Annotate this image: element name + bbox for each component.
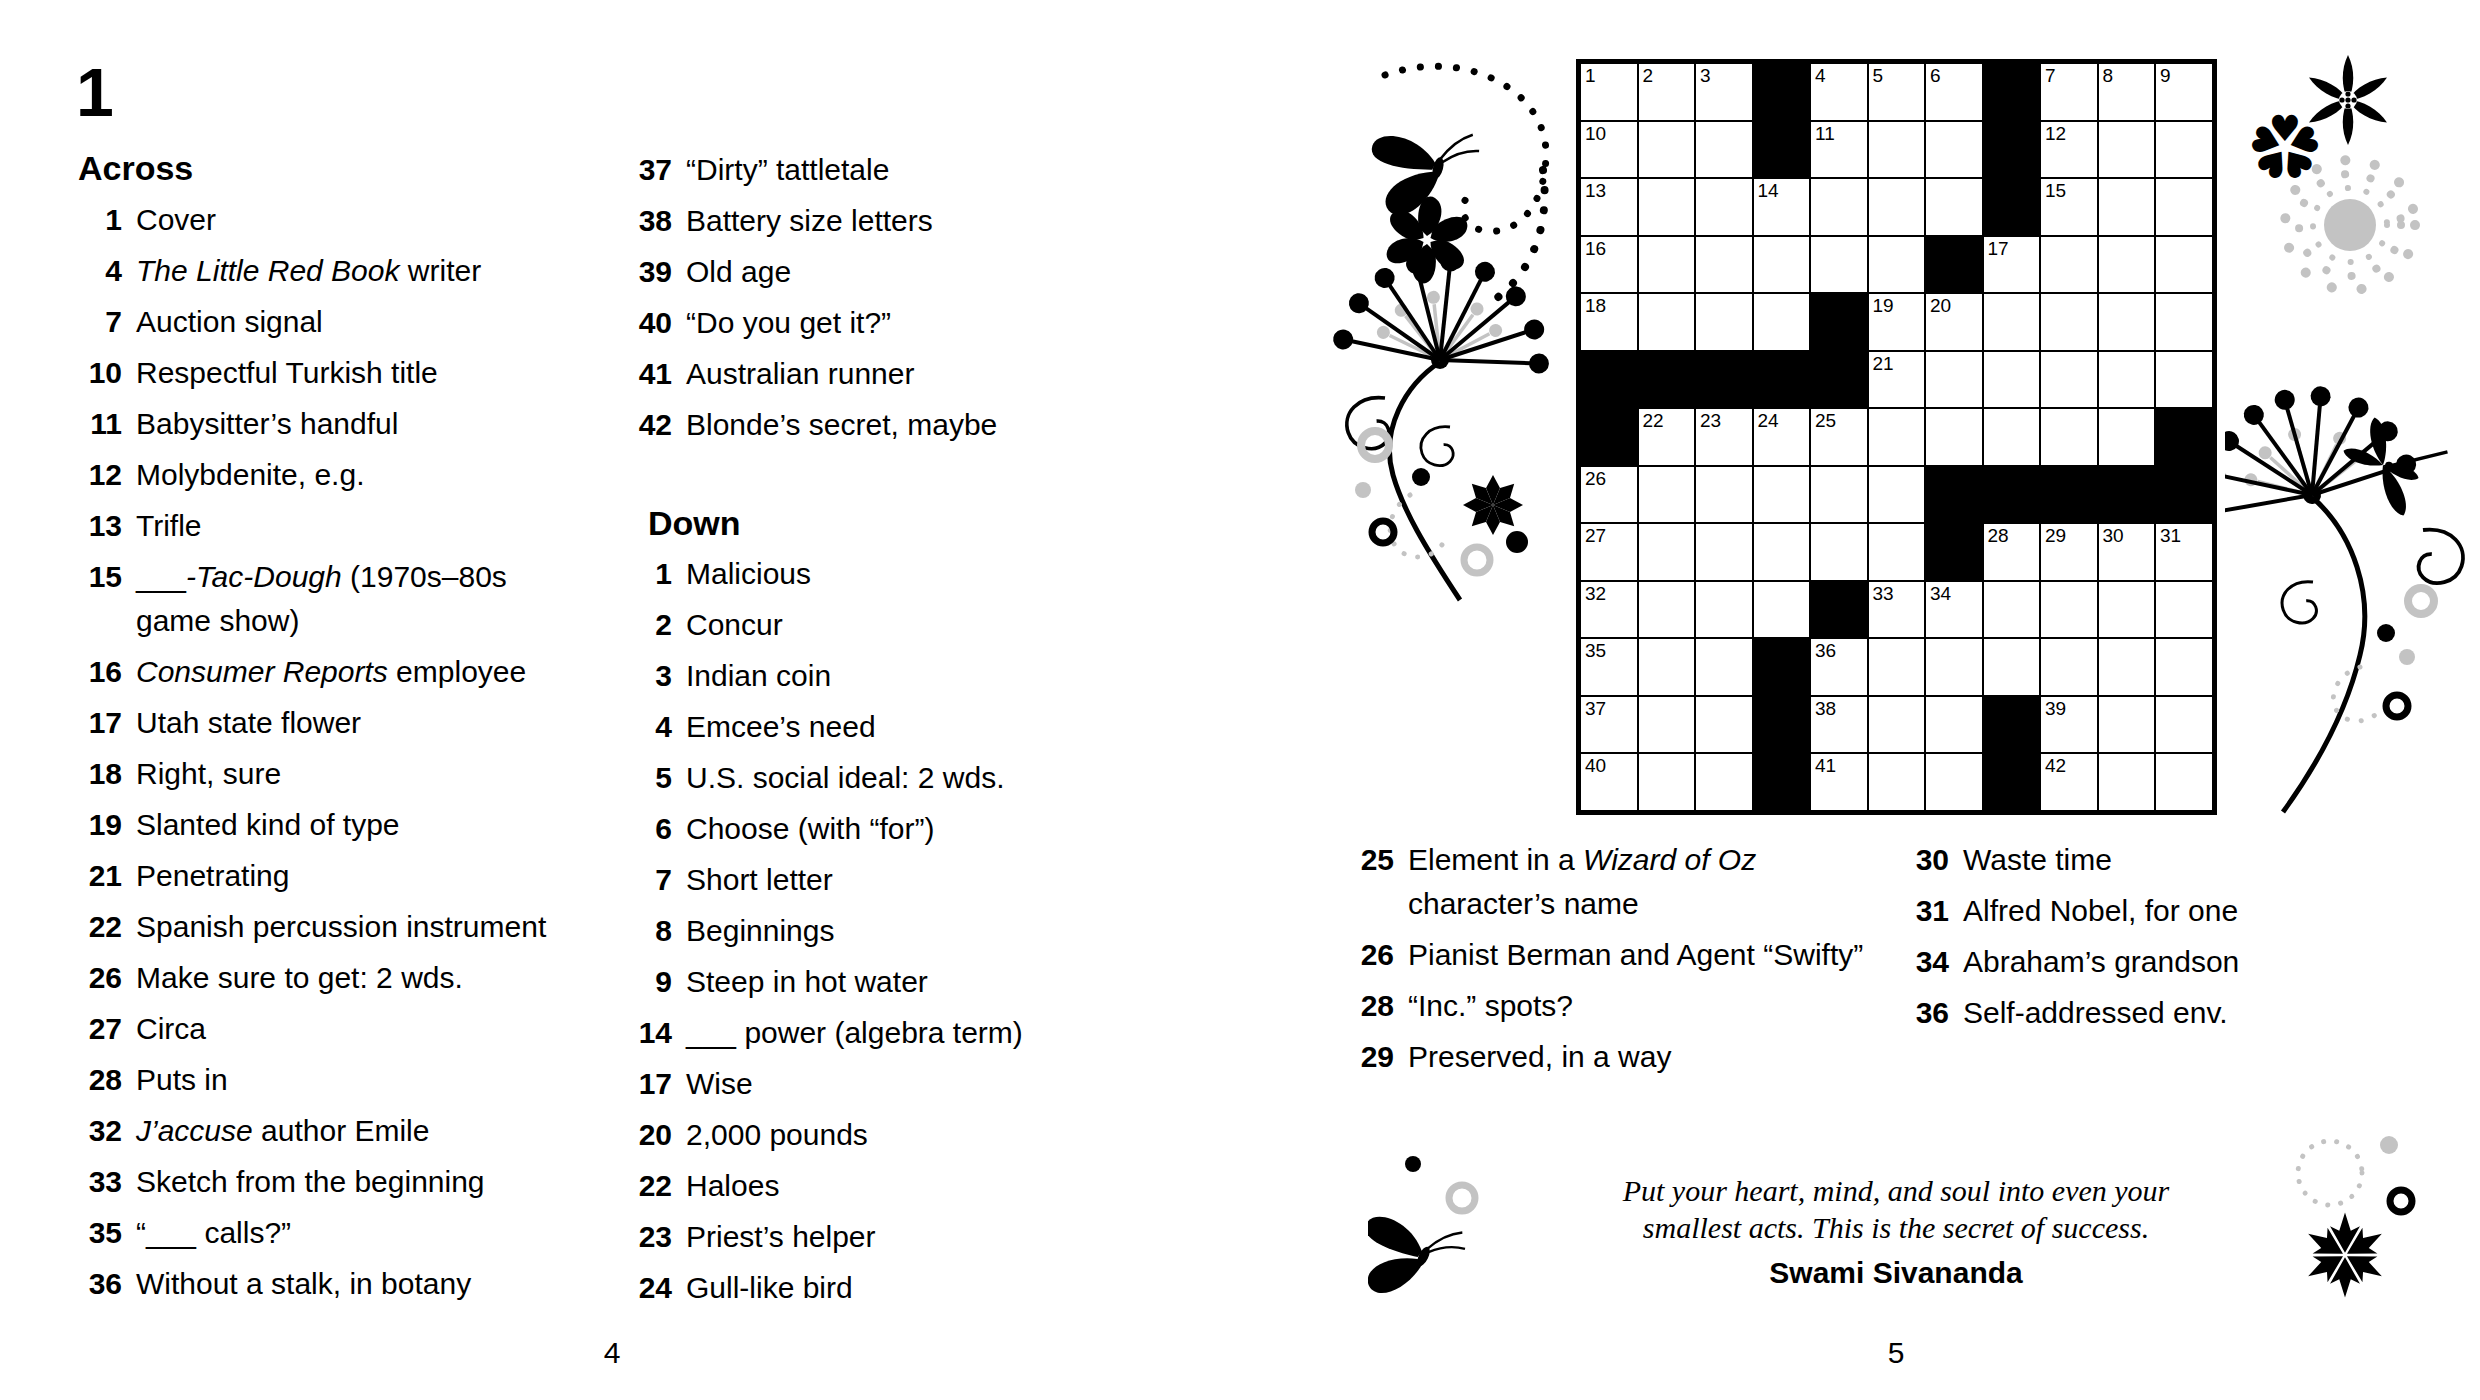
clue-text: Element in a Wizard of Oz character’s na… <box>1408 838 1902 926</box>
clue-item: 32J’accuse author Emile <box>78 1109 573 1153</box>
grid-cell[interactable] <box>1868 178 1926 236</box>
clue-text: Priest’s helper <box>686 1215 1090 1259</box>
clue-number: 38 <box>628 199 672 243</box>
grid-cell[interactable]: 5 <box>1868 63 1926 121</box>
grid-cell[interactable] <box>1868 523 1926 581</box>
cell-number: 27 <box>1585 525 1606 547</box>
clue-number: 32 <box>78 1109 122 1153</box>
clue-item: 28Puts in <box>78 1058 573 1102</box>
clue-number: 19 <box>78 803 122 847</box>
across-heading: Across <box>78 146 193 190</box>
clue-item: 26Pianist Berman and Agent “Swifty” <box>1350 933 1902 977</box>
clue-number: 28 <box>78 1058 122 1102</box>
black-ring-icon <box>2390 1190 2412 1212</box>
block-cell <box>1983 753 2041 811</box>
black-dot-icon <box>1412 468 1430 486</box>
grid-cell[interactable]: 40 <box>1580 753 1638 811</box>
clue-number: 4 <box>78 249 122 293</box>
cell-number: 10 <box>1585 123 1606 145</box>
block-cell <box>1753 351 1811 409</box>
clue-number: 11 <box>78 402 122 446</box>
clue-text: Trifle <box>136 504 573 548</box>
flower-decoration-bottom-right <box>2285 1125 2450 1305</box>
block-cell <box>1580 351 1638 409</box>
grid-cell[interactable]: 41 <box>1810 753 1868 811</box>
clue-number: 5 <box>628 756 672 800</box>
clue-text: 2,000 pounds <box>686 1113 1090 1157</box>
clover-flower-icon: ♥ ♥ ♥ ♥ ♥ <box>2243 108 2327 188</box>
grid-cell[interactable] <box>1868 121 1926 179</box>
grid-cell[interactable] <box>1695 753 1753 811</box>
grid-cell[interactable] <box>1695 581 1753 639</box>
clue-text: Emcee’s need <box>686 705 1090 749</box>
clue-number: 41 <box>628 352 672 396</box>
grid-cell[interactable] <box>2098 121 2156 179</box>
grid-cell[interactable]: 21 <box>1868 351 1926 409</box>
grid-cell[interactable] <box>1868 753 1926 811</box>
cell-number: 15 <box>2045 180 2066 202</box>
grid-cell[interactable] <box>1695 178 1753 236</box>
grid-cell[interactable] <box>1925 121 1983 179</box>
clue-text: Puts in <box>136 1058 573 1102</box>
grid-cell[interactable] <box>2155 581 2213 639</box>
grid-cell[interactable] <box>1638 638 1696 696</box>
grid-cell[interactable] <box>1638 523 1696 581</box>
clue-text: Concur <box>686 603 1090 647</box>
cell-number: 9 <box>2160 65 2171 87</box>
clue-number: 15 <box>78 555 122 643</box>
clue-text: Consumer Reports employee <box>136 650 573 694</box>
block-cell <box>1925 236 1983 294</box>
grid-cell[interactable] <box>2098 581 2156 639</box>
clue-item: 40“Do you get it?” <box>628 301 1090 345</box>
grid-cell[interactable] <box>1753 581 1811 639</box>
grid-cell[interactable] <box>1868 236 1926 294</box>
grid-cell[interactable]: 1 <box>1580 63 1638 121</box>
clue-item: 35“___ calls?” <box>78 1211 573 1255</box>
grid-cell[interactable]: 20 <box>1925 293 1983 351</box>
clue-text: “___ calls?” <box>136 1211 573 1255</box>
grid-cell[interactable]: 7 <box>2040 63 2098 121</box>
black-ring-icon <box>2386 695 2408 717</box>
grid-cell[interactable] <box>1638 293 1696 351</box>
grid-cell[interactable]: 9 <box>2155 63 2213 121</box>
across-clues-column-1: 1Cover4The Little Red Book writer7Auctio… <box>78 198 573 1313</box>
grid-cell[interactable] <box>2098 638 2156 696</box>
grid-cell[interactable] <box>1983 581 2041 639</box>
clue-text: Penetrating <box>136 854 573 898</box>
grid-cell[interactable] <box>1753 293 1811 351</box>
block-cell <box>1695 351 1753 409</box>
clue-item: 37“Dirty” tattletale <box>628 148 1090 192</box>
grid-cell[interactable]: 36 <box>1810 638 1868 696</box>
grid-cell[interactable] <box>1695 466 1753 524</box>
grid-cell[interactable] <box>2155 293 2213 351</box>
clue-text: Old age <box>686 250 1090 294</box>
grid-cell[interactable] <box>1925 351 1983 409</box>
grid-cell[interactable] <box>1638 581 1696 639</box>
clue-number: 17 <box>628 1062 672 1106</box>
clue-text: Indian coin <box>686 654 1090 698</box>
grid-cell[interactable]: 22 <box>1638 408 1696 466</box>
clue-number: 22 <box>628 1164 672 1208</box>
grid-cell[interactable] <box>2098 293 2156 351</box>
grid-cell[interactable] <box>1868 466 1926 524</box>
gray-ring-icon <box>1464 547 1490 573</box>
cell-number: 39 <box>2045 698 2066 720</box>
clue-number: 13 <box>78 504 122 548</box>
cell-number: 23 <box>1700 410 1721 432</box>
grid-cell[interactable] <box>1925 178 1983 236</box>
clue-text: ___-Tac-Dough (1970s–80s game show) <box>136 555 573 643</box>
clue-text: Sketch from the beginning <box>136 1160 573 1204</box>
clue-item: 4Emcee’s need <box>628 705 1090 749</box>
clue-item: 13Trifle <box>78 504 573 548</box>
clue-text: Make sure to get: 2 wds. <box>136 956 573 1000</box>
block-cell <box>1580 408 1638 466</box>
grid-cell[interactable]: 10 <box>1580 121 1638 179</box>
clue-text: The Little Red Book writer <box>136 249 573 293</box>
grid-cell[interactable]: 19 <box>1868 293 1926 351</box>
grid-cell[interactable] <box>1695 638 1753 696</box>
clue-text: J’accuse author Emile <box>136 1109 573 1153</box>
grid-cell[interactable]: 34 <box>1925 581 1983 639</box>
page-number-right: 5 <box>1806 1336 1986 1370</box>
clue-item: 42Blonde’s secret, maybe <box>628 403 1090 447</box>
grid-cell[interactable]: 38 <box>1810 696 1868 754</box>
block-cell <box>2040 466 2098 524</box>
grid-cell[interactable] <box>1810 523 1868 581</box>
clue-number: 33 <box>78 1160 122 1204</box>
quote-line-2: smallest acts. This is the secret of suc… <box>1452 1209 2340 1246</box>
clue-number: 23 <box>628 1215 672 1259</box>
grid-cell[interactable] <box>1638 696 1696 754</box>
down-clues-column: 1Malicious2Concur3Indian coin4Emcee’s ne… <box>628 552 1090 1310</box>
cell-number: 2 <box>1643 65 1654 87</box>
grid-cell[interactable] <box>2040 638 2098 696</box>
clue-item: 11Babysitter’s handful <box>78 402 573 446</box>
clue-text: Malicious <box>686 552 1090 596</box>
grid-cell[interactable] <box>2098 236 2156 294</box>
grid-cell[interactable]: 31 <box>2155 523 2213 581</box>
grid-cell[interactable]: 32 <box>1580 581 1638 639</box>
clue-item: 30Waste time <box>1905 838 2345 882</box>
grid-cell[interactable] <box>1695 523 1753 581</box>
across-clues-column-2: 37“Dirty” tattletale38Battery size lette… <box>628 148 1090 447</box>
grid-cell[interactable] <box>1983 351 2041 409</box>
grid-cell[interactable] <box>2155 121 2213 179</box>
clue-item: 22Spanish percussion instrument <box>78 905 573 949</box>
clue-number: 24 <box>628 1266 672 1310</box>
grid-cell[interactable]: 28 <box>1983 523 2041 581</box>
block-cell <box>1753 121 1811 179</box>
clue-text: Cover <box>136 198 573 242</box>
grid-cell[interactable] <box>1983 638 2041 696</box>
clue-text: “Dirty” tattletale <box>686 148 1090 192</box>
grid-cell[interactable] <box>2098 753 2156 811</box>
grid-cell[interactable]: 14 <box>1753 178 1811 236</box>
clue-number: 36 <box>78 1262 122 1306</box>
clue-text: Circa <box>136 1007 573 1051</box>
grid-cell[interactable] <box>1868 408 1926 466</box>
grid-cell[interactable]: 37 <box>1580 696 1638 754</box>
block-cell <box>1810 293 1868 351</box>
cell-number: 41 <box>1815 755 1836 777</box>
grid-cell[interactable] <box>2040 351 2098 409</box>
grid-cell[interactable] <box>1925 753 1983 811</box>
clue-number: 6 <box>628 807 672 851</box>
grid-cell[interactable] <box>2040 581 2098 639</box>
clue-item: 5U.S. social ideal: 2 wds. <box>628 756 1090 800</box>
clue-text: U.S. social ideal: 2 wds. <box>686 756 1090 800</box>
clue-number: 25 <box>1350 838 1394 926</box>
block-cell <box>1753 753 1811 811</box>
cell-number: 20 <box>1930 295 1951 317</box>
grid-cell[interactable] <box>2040 236 2098 294</box>
black-dot-icon <box>2377 624 2395 642</box>
clue-number: 18 <box>78 752 122 796</box>
clue-item: 28“Inc.” spots? <box>1350 984 1902 1028</box>
clue-text: Preserved, in a way <box>1408 1035 1902 1079</box>
clue-number: 9 <box>628 960 672 1004</box>
grid-cell[interactable]: 4 <box>1810 63 1868 121</box>
grid-cell[interactable]: 6 <box>1925 63 1983 121</box>
cell-number: 30 <box>2103 525 2124 547</box>
clue-item: 9Steep in hot water <box>628 960 1090 1004</box>
clue-text: Alfred Nobel, for one <box>1963 889 2345 933</box>
grid-cell[interactable] <box>1753 236 1811 294</box>
clue-text: Slanted kind of type <box>136 803 573 847</box>
cell-number: 24 <box>1758 410 1779 432</box>
clue-item: 1Cover <box>78 198 573 242</box>
grid-cell[interactable] <box>1925 638 1983 696</box>
quote-line-1: Put your heart, mind, and soul into even… <box>1452 1172 2340 1209</box>
clue-item: 12Molybdenite, e.g. <box>78 453 573 497</box>
grid-cell[interactable] <box>1753 523 1811 581</box>
block-cell <box>1810 351 1868 409</box>
grid-cell[interactable] <box>1695 293 1753 351</box>
cell-number: 29 <box>2045 525 2066 547</box>
grid-cell[interactable] <box>1925 696 1983 754</box>
clue-text: Self-addressed env. <box>1963 991 2345 1035</box>
grid-cell[interactable] <box>2155 638 2213 696</box>
grid-cell[interactable] <box>1983 408 2041 466</box>
clue-item: 14___ power (algebra term) <box>628 1011 1090 1055</box>
grid-cell[interactable]: 16 <box>1580 236 1638 294</box>
grid-cell[interactable]: 11 <box>1810 121 1868 179</box>
grid-cell[interactable]: 8 <box>2098 63 2156 121</box>
clue-number: 21 <box>78 854 122 898</box>
cell-number: 12 <box>2045 123 2066 145</box>
clue-text: Gull-like bird <box>686 1266 1090 1310</box>
grid-cell[interactable]: 30 <box>2098 523 2156 581</box>
grid-cell[interactable] <box>1638 753 1696 811</box>
clue-text: Short letter <box>686 858 1090 902</box>
grid-cell[interactable] <box>1695 121 1753 179</box>
clue-item: 21Penetrating <box>78 854 573 898</box>
grid-cell[interactable] <box>1810 466 1868 524</box>
grid-cell[interactable]: 29 <box>2040 523 2098 581</box>
clue-text: Choose (with “for”) <box>686 807 1090 851</box>
clue-text: “Inc.” spots? <box>1408 984 1902 1028</box>
grid-cell[interactable] <box>1638 236 1696 294</box>
clue-item: 34Abraham’s grandson <box>1905 940 2345 984</box>
gray-dot-icon <box>1355 482 1371 498</box>
grid-cell[interactable] <box>1695 696 1753 754</box>
grid-cell[interactable]: 13 <box>1580 178 1638 236</box>
clue-item: 23Priest’s helper <box>628 1215 1090 1259</box>
cell-number: 42 <box>2045 755 2066 777</box>
grid-cell[interactable] <box>1638 121 1696 179</box>
cell-number: 5 <box>1873 65 1884 87</box>
block-cell <box>1983 121 2041 179</box>
grid-cell[interactable]: 17 <box>1983 236 2041 294</box>
butterfly-icon <box>1368 1216 1467 1299</box>
clue-number: 26 <box>78 956 122 1000</box>
clue-text: Molybdenite, e.g. <box>136 453 573 497</box>
clue-item: 18Right, sure <box>78 752 573 796</box>
grid-cell[interactable] <box>1868 638 1926 696</box>
block-cell <box>1753 63 1811 121</box>
block-cell <box>1753 696 1811 754</box>
grid-cell[interactable] <box>2098 408 2156 466</box>
cell-number: 25 <box>1815 410 1836 432</box>
clue-number: 2 <box>628 603 672 647</box>
grid-cell[interactable]: 15 <box>2040 178 2098 236</box>
black-dot-icon <box>1506 531 1528 553</box>
grid-cell[interactable]: 12 <box>2040 121 2098 179</box>
grid-cell[interactable]: 39 <box>2040 696 2098 754</box>
grid-cell[interactable]: 27 <box>1580 523 1638 581</box>
grid-cell[interactable] <box>2098 351 2156 409</box>
down-clues-continued-column-2: 30Waste time31Alfred Nobel, for one34Abr… <box>1905 838 2345 1042</box>
block-cell <box>1925 466 1983 524</box>
grid-cell[interactable] <box>1868 696 1926 754</box>
black-dot-icon <box>1405 1156 1421 1172</box>
clue-text: Wise <box>686 1062 1090 1106</box>
clue-item: 36Self-addressed env. <box>1905 991 2345 1035</box>
grid-cell[interactable]: 24 <box>1753 408 1811 466</box>
floral-decoration-left <box>1325 55 1575 615</box>
gray-dot-icon <box>2399 649 2415 665</box>
grid-cell[interactable] <box>2155 178 2213 236</box>
clue-item: 7Auction signal <box>78 300 573 344</box>
grid-cell[interactable]: 3 <box>1695 63 1753 121</box>
clue-item: 7Short letter <box>628 858 1090 902</box>
clue-text: ___ power (algebra term) <box>686 1011 1090 1055</box>
grid-cell[interactable] <box>2098 178 2156 236</box>
cell-number: 11 <box>1815 123 1835 145</box>
block-cell <box>1925 523 1983 581</box>
cell-number: 8 <box>2103 65 2114 87</box>
grid-cell[interactable] <box>2155 696 2213 754</box>
grid-cell[interactable] <box>2040 293 2098 351</box>
clue-item: 24Gull-like bird <box>628 1266 1090 1310</box>
cell-number: 6 <box>1930 65 1941 87</box>
grid-cell[interactable] <box>1638 178 1696 236</box>
grid-cell[interactable]: 42 <box>2040 753 2098 811</box>
star-flower-icon <box>1463 475 1523 535</box>
dotted-circle-icon <box>2298 1141 2362 1205</box>
clue-number: 4 <box>628 705 672 749</box>
grid-cell[interactable] <box>1983 293 2041 351</box>
cell-number: 18 <box>1585 295 1606 317</box>
clue-item: 6Choose (with “for”) <box>628 807 1090 851</box>
grid-cell[interactable]: 25 <box>1810 408 1868 466</box>
grid-cell[interactable] <box>2155 753 2213 811</box>
clue-number: 35 <box>78 1211 122 1255</box>
clue-item: 16Consumer Reports employee <box>78 650 573 694</box>
grid-cell[interactable] <box>1753 466 1811 524</box>
clue-number: 27 <box>78 1007 122 1051</box>
grid-cell[interactable] <box>2040 408 2098 466</box>
cell-number: 35 <box>1585 640 1606 662</box>
clue-item: 25Element in a Wizard of Oz character’s … <box>1350 838 1902 926</box>
grid-cell[interactable]: 2 <box>1638 63 1696 121</box>
clue-number: 14 <box>628 1011 672 1055</box>
grid-cell[interactable] <box>2155 236 2213 294</box>
grid-cell[interactable] <box>1810 178 1868 236</box>
clue-item: 17Utah state flower <box>78 701 573 745</box>
cell-number: 31 <box>2160 525 2181 547</box>
block-cell <box>1638 351 1696 409</box>
clue-item: 29Preserved, in a way <box>1350 1035 1902 1079</box>
quote-text: Put your heart, mind, and soul into even… <box>1452 1172 2340 1246</box>
chapter-number: 1 <box>76 58 114 126</box>
clue-item: 36Without a stalk, in botany <box>78 1262 573 1306</box>
clue-item: 38Battery size letters <box>628 199 1090 243</box>
cell-number: 34 <box>1930 583 1951 605</box>
block-cell <box>1983 466 2041 524</box>
floral-decoration-right: ♥ ♥ ♥ ♥ ♥ <box>2225 55 2480 825</box>
cell-number: 1 <box>1585 65 1596 87</box>
block-cell <box>1810 581 1868 639</box>
grid-cell[interactable] <box>2098 696 2156 754</box>
cell-number: 36 <box>1815 640 1836 662</box>
clue-text: Auction signal <box>136 300 573 344</box>
grid-cell[interactable]: 35 <box>1580 638 1638 696</box>
clue-text: Blonde’s secret, maybe <box>686 403 1090 447</box>
clue-item: 8Beginnings <box>628 909 1090 953</box>
clue-item: 17Wise <box>628 1062 1090 1106</box>
grid-cell[interactable] <box>2155 351 2213 409</box>
cell-number: 21 <box>1873 353 1894 375</box>
cell-number: 33 <box>1873 583 1894 605</box>
clue-item: 4The Little Red Book writer <box>78 249 573 293</box>
grid-cell[interactable] <box>1638 466 1696 524</box>
clue-number: 1 <box>78 198 122 242</box>
grid-cell[interactable]: 23 <box>1695 408 1753 466</box>
grid-cell[interactable]: 26 <box>1580 466 1638 524</box>
clue-number: 22 <box>78 905 122 949</box>
clue-number: 37 <box>628 148 672 192</box>
clue-number: 20 <box>628 1113 672 1157</box>
grid-cell[interactable] <box>1810 236 1868 294</box>
cell-number: 4 <box>1815 65 1826 87</box>
cell-number: 28 <box>1988 525 2009 547</box>
grid-cell[interactable] <box>1695 236 1753 294</box>
cell-number: 17 <box>1988 238 2009 260</box>
grid-cell[interactable]: 33 <box>1868 581 1926 639</box>
cell-number: 19 <box>1873 295 1894 317</box>
spiky-flower-icon <box>2301 1212 2390 1297</box>
down-clues-continued-column-1: 25Element in a Wizard of Oz character’s … <box>1350 838 1902 1086</box>
grid-cell[interactable] <box>1925 408 1983 466</box>
block-cell <box>1983 178 2041 236</box>
grid-cell[interactable]: 18 <box>1580 293 1638 351</box>
clue-number: 28 <box>1350 984 1394 1028</box>
clue-item: 2Concur <box>628 603 1090 647</box>
